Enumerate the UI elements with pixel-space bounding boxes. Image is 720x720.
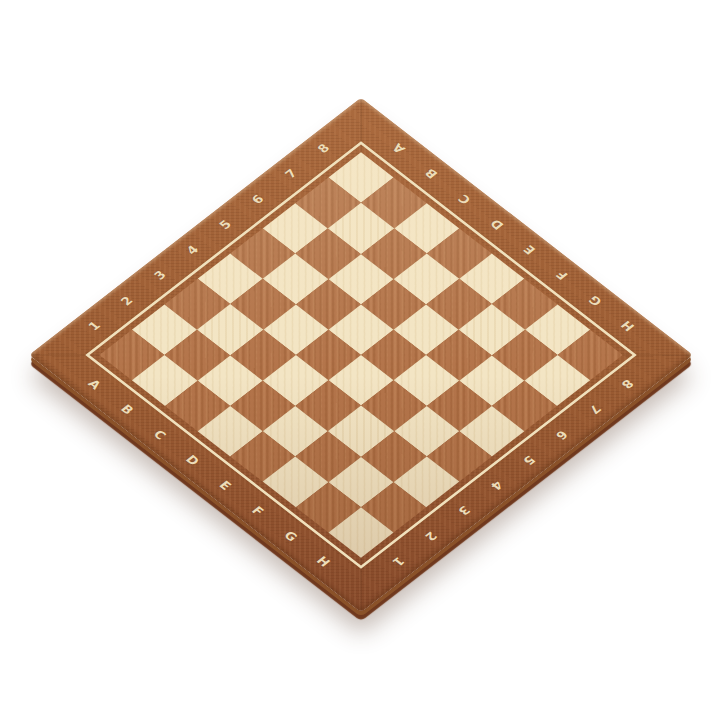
board-squares-grid (99, 152, 622, 558)
chess-board: ABCDEFGH ABCDEFGH 12345678 12345678 (29, 97, 694, 612)
product-photo-scene: ABCDEFGH ABCDEFGH 12345678 12345678 (0, 0, 720, 720)
